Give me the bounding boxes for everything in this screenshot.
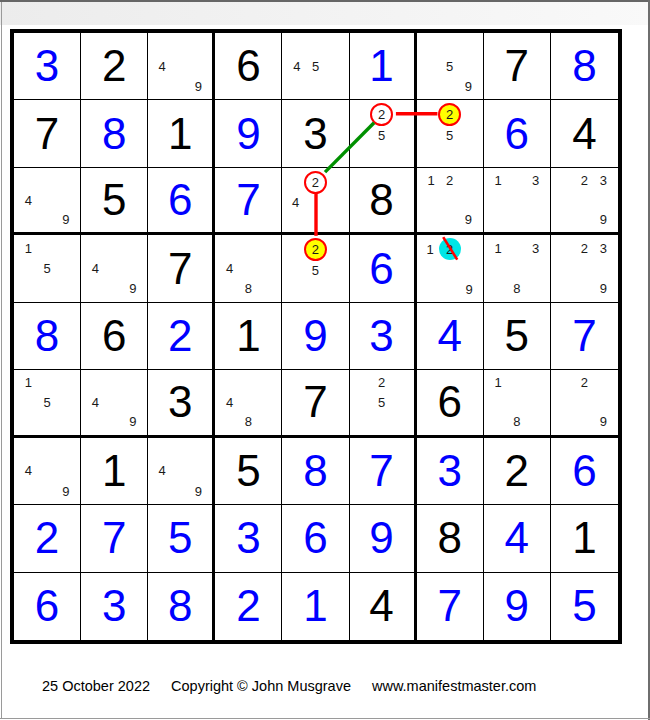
- candidate-3: 3: [594, 171, 613, 190]
- candidate-5: 5: [304, 261, 327, 280]
- candidate-9: 9: [594, 279, 613, 299]
- cell-r9c1[interactable]: 6: [14, 573, 81, 640]
- pencil-marks: 25: [350, 100, 414, 166]
- cell-r6c4[interactable]: 48: [215, 370, 282, 437]
- cell-r2c7[interactable]: 25: [417, 100, 484, 167]
- solved-digit: 8: [14, 303, 80, 369]
- cell-r6c7[interactable]: 6: [417, 370, 484, 437]
- candidate-4: 4: [19, 190, 38, 209]
- cell-r3c4[interactable]: 7: [215, 168, 282, 235]
- given-digit: 2: [484, 438, 550, 504]
- cell-r2c9[interactable]: 4: [551, 100, 618, 167]
- candidate-1: 1: [19, 238, 38, 258]
- cell-r7c1[interactable]: 49: [14, 438, 81, 505]
- candidate-5: 5: [38, 258, 57, 278]
- candidate-1: 1: [489, 171, 508, 190]
- cell-r5c9[interactable]: 7: [551, 303, 618, 370]
- candidate-4: 4: [220, 393, 239, 412]
- cell-r5c7[interactable]: 4: [417, 303, 484, 370]
- pencil-marks: 49: [14, 168, 80, 232]
- candidate-2-endpoint-circle: 2: [304, 238, 327, 261]
- given-digit: 7: [484, 33, 550, 99]
- candidate-3: 3: [526, 238, 545, 258]
- cell-r4c2[interactable]: 49: [81, 235, 148, 302]
- cell-r8c2[interactable]: 7: [81, 505, 148, 572]
- cell-r4c8[interactable]: 138: [484, 235, 551, 302]
- cell-r1c9[interactable]: 8: [551, 33, 618, 100]
- candidate-4: 4: [287, 194, 304, 212]
- candidate-9: 9: [189, 76, 207, 96]
- cell-r3c6[interactable]: 8: [350, 168, 417, 235]
- cell-r8c7[interactable]: 8: [417, 505, 484, 572]
- cell-r1c6[interactable]: 1: [350, 33, 417, 100]
- cell-r5c6[interactable]: 3: [350, 303, 417, 370]
- cell-r5c2[interactable]: 6: [81, 303, 148, 370]
- candidate-9: 9: [124, 279, 143, 299]
- pencil-marks: 18: [484, 370, 550, 434]
- cell-r4c4[interactable]: 48: [215, 235, 282, 302]
- cell-r2c4[interactable]: 9: [215, 100, 282, 167]
- pencil-marks: 15: [14, 235, 80, 301]
- given-digit: 5: [484, 303, 550, 369]
- cell-r8c8[interactable]: 4: [484, 505, 551, 572]
- cell-r8c9[interactable]: 1: [551, 505, 618, 572]
- cell-r7c7[interactable]: 3: [417, 438, 484, 505]
- cell-r9c7[interactable]: 7: [417, 573, 484, 640]
- solved-digit: 9: [282, 303, 348, 369]
- solved-digit: 3: [14, 33, 80, 99]
- candidate-5: 5: [438, 126, 461, 145]
- window-bottom-edge: [0, 718, 650, 719]
- solved-digit: 6: [282, 505, 348, 571]
- given-digit: 4: [350, 573, 414, 640]
- solved-digit: 6: [350, 235, 414, 301]
- candidate-9: 9: [124, 412, 143, 431]
- solved-digit: 6: [14, 573, 80, 640]
- cell-r7c6[interactable]: 7: [350, 438, 417, 505]
- solved-digit: 5: [551, 573, 618, 640]
- pencil-marks: 29: [551, 370, 618, 434]
- solved-digit: 3: [417, 438, 483, 504]
- cell-r9c4[interactable]: 2: [215, 573, 282, 640]
- candidate-2-eliminated-circle: 2: [439, 238, 461, 260]
- cell-r1c1[interactable]: 3: [14, 33, 81, 100]
- pencil-marks: 15: [14, 370, 80, 434]
- solved-digit: 4: [484, 505, 550, 571]
- candidate-9: 9: [594, 210, 613, 229]
- cell-r3c9[interactable]: 239: [551, 168, 618, 235]
- cell-r9c5[interactable]: 1: [282, 573, 349, 640]
- cell-r1c8[interactable]: 7: [484, 33, 551, 100]
- cell-r4c9[interactable]: 239: [551, 235, 618, 302]
- cell-r6c3[interactable]: 3: [148, 370, 215, 437]
- cell-r9c3[interactable]: 8: [148, 573, 215, 640]
- candidate-9: 9: [461, 280, 478, 299]
- cell-r8c6[interactable]: 9: [350, 505, 417, 572]
- cell-r7c4[interactable]: 5: [215, 438, 282, 505]
- cell-r7c8[interactable]: 2: [484, 438, 551, 505]
- candidate-9: 9: [459, 76, 478, 96]
- solved-digit: 4: [417, 303, 483, 369]
- solved-digit: 8: [148, 573, 212, 640]
- cell-r3c2[interactable]: 5: [81, 168, 148, 235]
- cell-r6c6[interactable]: 25: [350, 370, 417, 437]
- pencil-marks: 45: [282, 33, 348, 99]
- solved-digit: 3: [215, 505, 281, 571]
- cell-r7c2[interactable]: 1: [81, 438, 148, 505]
- given-digit: 7: [282, 370, 348, 434]
- candidate-4: 4: [86, 258, 105, 278]
- cell-r9c9[interactable]: 5: [551, 573, 618, 640]
- candidate-2-open-circle: 2: [304, 171, 327, 194]
- cell-r2c2[interactable]: 8: [81, 100, 148, 167]
- cell-r6c8[interactable]: 18: [484, 370, 551, 437]
- cell-r6c9[interactable]: 29: [551, 370, 618, 437]
- given-digit: 1: [551, 505, 618, 571]
- pencil-marks: 13: [484, 168, 550, 232]
- candidate-5: 5: [373, 393, 391, 412]
- candidate-2: 2: [373, 373, 391, 392]
- solved-digit: 3: [81, 573, 147, 640]
- candidate-4: 4: [153, 461, 171, 481]
- pencil-marks: 49: [148, 33, 212, 99]
- given-digit: 1: [215, 303, 281, 369]
- candidate-1: 1: [19, 373, 38, 392]
- solved-digit: 9: [215, 100, 281, 166]
- given-digit: 1: [81, 438, 147, 504]
- given-digit: 6: [81, 303, 147, 369]
- cell-r7c5[interactable]: 8: [282, 438, 349, 505]
- solved-digit: 9: [484, 573, 550, 640]
- candidate-2-endpoint-circle: 2: [438, 103, 461, 126]
- cell-r3c8[interactable]: 13: [484, 168, 551, 235]
- given-digit: 2: [81, 33, 147, 99]
- cell-r7c9[interactable]: 6: [551, 438, 618, 505]
- footer-date: 25 October 2022: [42, 678, 150, 694]
- cell-r1c4[interactable]: 6: [215, 33, 282, 100]
- given-digit: 5: [81, 168, 147, 232]
- given-digit: 7: [14, 100, 80, 166]
- cell-r2c6[interactable]: 25: [350, 100, 417, 167]
- pencil-marks: 239: [551, 235, 618, 301]
- solved-digit: 2: [148, 303, 212, 369]
- given-digit: 4: [551, 100, 618, 166]
- cell-r4c1[interactable]: 15: [14, 235, 81, 302]
- given-digit: 6: [215, 33, 281, 99]
- candidate-3: 3: [526, 171, 545, 190]
- cell-r2c1[interactable]: 7: [14, 100, 81, 167]
- candidate-1: 1: [422, 238, 439, 260]
- candidate-2: 2: [575, 373, 594, 392]
- candidate-1: 1: [489, 238, 508, 258]
- candidate-4: 4: [153, 56, 171, 76]
- given-digit: 1: [148, 100, 212, 166]
- given-digit: 5: [215, 438, 281, 504]
- solved-digit: 6: [551, 438, 618, 504]
- cell-r1c3[interactable]: 49: [148, 33, 215, 100]
- cell-r4c3[interactable]: 7: [148, 235, 215, 302]
- sudoku-board: 3249645159787819325256449567248129132391…: [10, 29, 622, 644]
- cell-r1c2[interactable]: 2: [81, 33, 148, 100]
- candidate-4: 4: [220, 258, 239, 278]
- candidate-2: 2: [440, 171, 459, 190]
- footer-website: www.manifestmaster.com: [372, 678, 536, 694]
- cell-r8c1[interactable]: 2: [14, 505, 81, 572]
- candidate-1: 1: [489, 373, 508, 392]
- pencil-marks: 129: [417, 168, 483, 232]
- pencil-marks: 25: [350, 370, 414, 434]
- pencil-marks: 59: [417, 33, 483, 99]
- solved-digit: 2: [215, 573, 281, 640]
- pencil-marks: 138: [484, 235, 550, 301]
- pencil-marks: 49: [14, 438, 80, 504]
- cell-r5c1[interactable]: 8: [14, 303, 81, 370]
- solved-digit: 7: [551, 303, 618, 369]
- cell-r5c5[interactable]: 9: [282, 303, 349, 370]
- candidate-4: 4: [19, 461, 38, 481]
- pencil-marks: 25: [417, 100, 483, 166]
- pencil-marks: 48: [215, 370, 281, 434]
- solved-digit: 3: [350, 303, 414, 369]
- pencil-marks: 48: [215, 235, 281, 301]
- candidate-3: 3: [594, 238, 613, 258]
- candidate-8: 8: [507, 279, 526, 299]
- candidate-1: 1: [422, 171, 441, 190]
- window-left-edge: [1, 2, 2, 718]
- solved-digit: 7: [215, 168, 281, 232]
- cell-r3c5[interactable]: 24: [282, 168, 349, 235]
- cell-r8c3[interactable]: 5: [148, 505, 215, 572]
- cell-r2c3[interactable]: 1: [148, 100, 215, 167]
- given-digit: 3: [148, 370, 212, 434]
- cell-r9c8[interactable]: 9: [484, 573, 551, 640]
- cell-r5c8[interactable]: 5: [484, 303, 551, 370]
- cell-r5c4[interactable]: 1: [215, 303, 282, 370]
- candidate-9: 9: [56, 481, 75, 501]
- cell-r6c2[interactable]: 49: [81, 370, 148, 437]
- cell-r4c6[interactable]: 6: [350, 235, 417, 302]
- pencil-marks: 129: [417, 235, 483, 301]
- solved-digit: 2: [14, 505, 80, 571]
- candidate-5: 5: [306, 56, 325, 76]
- candidate-2: 2: [575, 238, 594, 258]
- pencil-marks: 49: [81, 370, 147, 434]
- cell-r5c3[interactable]: 2: [148, 303, 215, 370]
- cell-r3c7[interactable]: 129: [417, 168, 484, 235]
- pencil-marks: 24: [282, 168, 348, 232]
- candidate-4: 4: [86, 393, 105, 412]
- solved-digit: 1: [282, 573, 348, 640]
- solved-digit: 1: [350, 33, 414, 99]
- solved-digit: 7: [81, 505, 147, 571]
- cell-r6c5[interactable]: 7: [282, 370, 349, 437]
- solved-digit: 9: [350, 505, 414, 571]
- solved-digit: 6: [484, 100, 550, 166]
- cell-r9c2[interactable]: 3: [81, 573, 148, 640]
- cell-r1c7[interactable]: 59: [417, 33, 484, 100]
- cell-r3c3[interactable]: 6: [148, 168, 215, 235]
- pencil-marks: 25: [282, 235, 348, 301]
- cell-r1c5[interactable]: 45: [282, 33, 349, 100]
- cell-r9c6[interactable]: 4: [350, 573, 417, 640]
- candidate-8: 8: [239, 412, 258, 431]
- solved-digit: 7: [350, 438, 414, 504]
- window-title-strip: [0, 2, 650, 25]
- solved-digit: 8: [81, 100, 147, 166]
- pencil-marks: 239: [551, 168, 618, 232]
- solved-digit: 8: [282, 438, 348, 504]
- given-digit: 8: [350, 168, 414, 232]
- footer: 25 October 2022 Copyright © John Musgrav…: [42, 678, 536, 694]
- given-digit: 3: [282, 100, 348, 166]
- candidate-9: 9: [594, 412, 613, 431]
- candidate-8: 8: [239, 279, 258, 299]
- candidate-8: 8: [507, 412, 526, 431]
- footer-copyright: Copyright © John Musgrave: [171, 678, 351, 694]
- candidate-2: 2: [575, 171, 594, 190]
- solved-digit: 7: [417, 573, 483, 640]
- candidate-2-open-circle: 2: [370, 103, 393, 126]
- solved-digit: 6: [148, 168, 212, 232]
- cell-r8c5[interactable]: 6: [282, 505, 349, 572]
- cell-r4c7[interactable]: 129: [417, 235, 484, 302]
- candidate-5: 5: [440, 56, 459, 76]
- given-digit: 6: [417, 370, 483, 434]
- candidate-5: 5: [370, 126, 393, 145]
- cell-r8c4[interactable]: 3: [215, 505, 282, 572]
- cell-r3c1[interactable]: 49: [14, 168, 81, 235]
- candidate-5: 5: [38, 393, 57, 412]
- candidate-9: 9: [56, 210, 75, 229]
- given-digit: 7: [148, 235, 212, 301]
- cell-r7c3[interactable]: 49: [148, 438, 215, 505]
- candidate-9: 9: [459, 210, 478, 229]
- cell-r6c1[interactable]: 15: [14, 370, 81, 437]
- cell-r2c5[interactable]: 3: [282, 100, 349, 167]
- pencil-marks: 49: [148, 438, 212, 504]
- cell-r4c5[interactable]: 25: [282, 235, 349, 302]
- solved-digit: 5: [148, 505, 212, 571]
- given-digit: 8: [417, 505, 483, 571]
- candidate-9: 9: [189, 481, 207, 501]
- candidate-4: 4: [287, 56, 306, 76]
- cell-r2c8[interactable]: 6: [484, 100, 551, 167]
- pencil-marks: 49: [81, 235, 147, 301]
- solved-digit: 8: [551, 33, 618, 99]
